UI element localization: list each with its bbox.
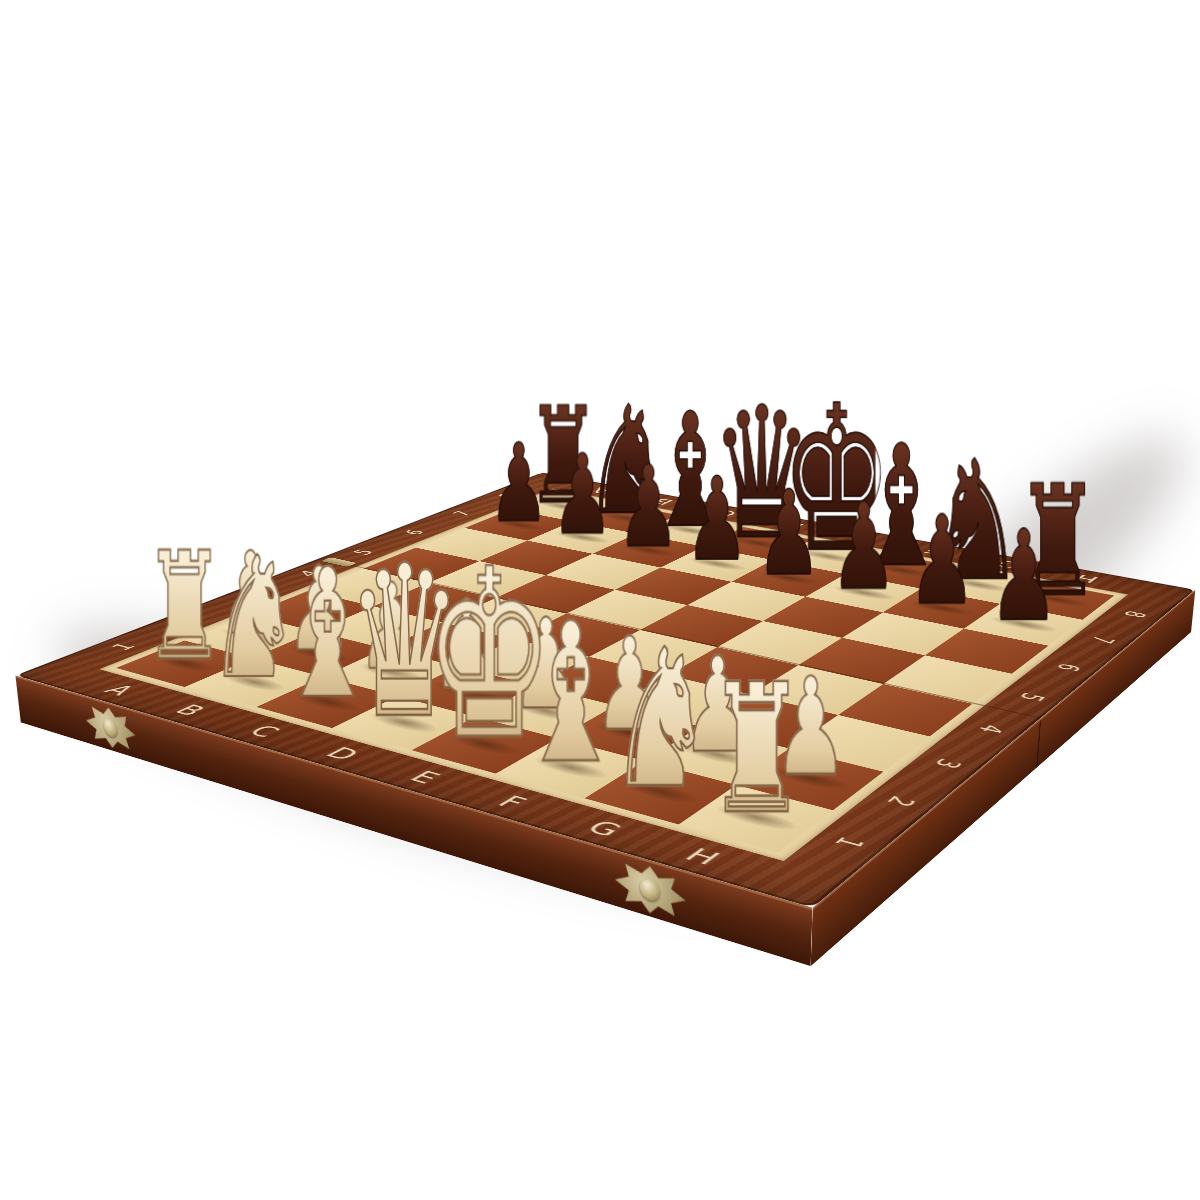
piece-white-rook-h1[interactable]: ♜ [690, 660, 823, 839]
chess-board: AABBCCDDEEFFGGHH1122334455667788♜♞♝♛♚♝♞♜… [15, 472, 1195, 907]
brass-clasp-icon [84, 700, 137, 755]
scene: AABBCCDDEEFFGGHH1122334455667788♜♞♝♛♚♝♞♜… [0, 0, 1200, 1200]
fold-seam-side [1036, 720, 1041, 768]
chess-set-photo: AABBCCDDEEFFGGHH1122334455667788♜♞♝♛♚♝♞♜… [0, 0, 1200, 1200]
